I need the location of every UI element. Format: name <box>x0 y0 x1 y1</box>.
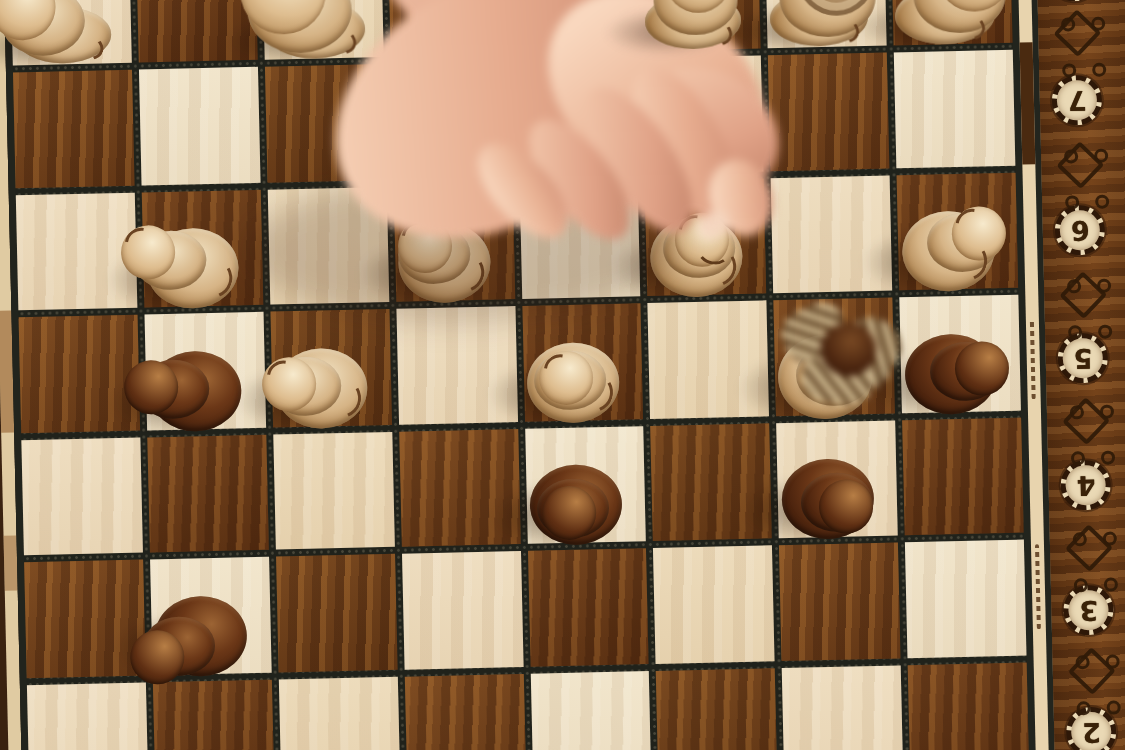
rank-label-6: 6 <box>1054 205 1105 256</box>
frame-curl-ornament <box>1098 325 1112 339</box>
square-d3[interactable] <box>402 551 523 669</box>
square-e2[interactable] <box>530 671 652 750</box>
square-h4[interactable] <box>902 417 1023 535</box>
square-g3[interactable] <box>779 542 900 660</box>
frame-diamond-ornament <box>1056 141 1104 189</box>
frame-diamond-ornament <box>1065 524 1113 572</box>
frame-diamond-ornament <box>1059 271 1107 319</box>
frame-curl-ornament <box>1094 149 1108 163</box>
square-c4[interactable] <box>273 431 394 549</box>
square-h7[interactable] <box>894 50 1015 168</box>
frame-curl-ornament <box>1095 195 1109 209</box>
square-d2[interactable] <box>404 673 526 750</box>
frame-curl-ornament <box>1101 450 1115 464</box>
square-c2[interactable] <box>279 676 401 750</box>
square-b2[interactable] <box>153 679 275 750</box>
rank-label-text: 6 <box>1070 215 1089 246</box>
frame-diamond-ornament <box>1062 397 1110 445</box>
square-h3[interactable] <box>905 540 1026 658</box>
frame-curl-ornament <box>1100 404 1114 418</box>
square-a2[interactable] <box>27 682 149 750</box>
frame-curl-ornament <box>1105 654 1119 668</box>
frame-curl-ornament <box>1097 279 1111 293</box>
rank-label-3: 3 <box>1063 585 1114 636</box>
rank-label-8: 8 <box>1049 0 1100 2</box>
frame-curl-ornament <box>1092 63 1106 77</box>
square-g2[interactable] <box>782 665 904 750</box>
square-a4[interactable] <box>21 437 142 555</box>
frame-diamond-ornament <box>1068 647 1116 695</box>
rank-label-text: 2 <box>1081 716 1100 747</box>
square-b4[interactable] <box>147 434 268 552</box>
frame-curl-ornament <box>1091 17 1105 31</box>
square-h2[interactable] <box>908 662 1030 750</box>
square-b7[interactable] <box>139 67 260 185</box>
square-a7[interactable] <box>13 70 134 188</box>
square-e3[interactable] <box>527 548 648 666</box>
rank-label-text: 5 <box>1073 342 1092 373</box>
rank-label-text: 7 <box>1067 85 1086 116</box>
square-f3[interactable] <box>653 545 774 663</box>
rank-label-text: 3 <box>1079 594 1098 625</box>
rank-label-4: 4 <box>1060 460 1111 511</box>
frame-curl-ornament <box>1104 577 1118 591</box>
frame-diamond-ornament <box>1053 9 1101 57</box>
frame-curl-ornament <box>1103 531 1117 545</box>
square-f2[interactable] <box>656 668 778 750</box>
rank-label-text: 4 <box>1076 469 1095 500</box>
chessboard-photo: 8765432 <box>0 0 1125 750</box>
square-c3[interactable] <box>276 554 397 672</box>
square-g7[interactable] <box>768 53 889 171</box>
frame-curl-ornament <box>1107 700 1121 714</box>
rank-label-5: 5 <box>1057 333 1108 384</box>
board-rotated-wrapper: 8765432 <box>0 0 1125 750</box>
rank-label-7: 7 <box>1051 75 1102 126</box>
